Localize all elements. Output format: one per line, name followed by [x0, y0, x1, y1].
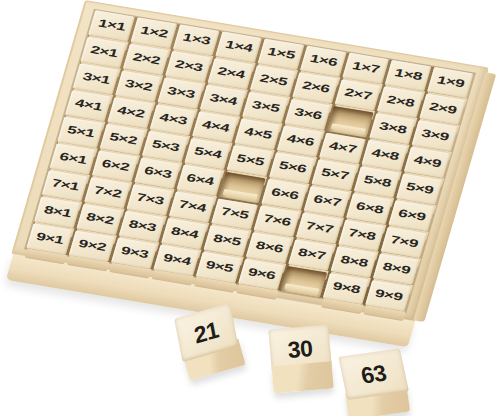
cube-3x5[interactable]: 3×5: [242, 92, 289, 123]
cube-4x4[interactable]: 4×4: [192, 111, 239, 142]
cube-label: 2×9: [428, 100, 459, 117]
cube-label: 4×9: [412, 154, 443, 171]
cube-8x6[interactable]: 8×6: [246, 232, 293, 263]
cube-4x1[interactable]: 4×1: [65, 90, 112, 121]
cube-label: 6×1: [58, 150, 89, 167]
cube-7x1[interactable]: 7×1: [42, 170, 89, 201]
cube-label: 9×5: [204, 258, 235, 275]
cube-5x1[interactable]: 5×1: [57, 117, 104, 148]
cube-label: 5×1: [66, 123, 97, 140]
cube-9x3[interactable]: 9×3: [111, 238, 158, 269]
answer-cube-value: 30: [287, 335, 314, 364]
cube-9x4[interactable]: 9×4: [153, 245, 200, 276]
cube-6x6[interactable]: 6×6: [261, 179, 308, 210]
cube-3x8[interactable]: 3×8: [369, 113, 416, 144]
cube-9x8[interactable]: 9×8: [323, 273, 370, 304]
cube-label: 1×7: [351, 59, 382, 76]
cube-2x6[interactable]: 2×6: [292, 72, 339, 103]
answer-cube-30[interactable]: 30: [268, 325, 333, 394]
cube-4x9[interactable]: 4×9: [404, 147, 451, 178]
cube-4x8[interactable]: 4×8: [362, 140, 409, 171]
cube-2x8[interactable]: 2×8: [377, 87, 424, 118]
cube-label: 1×4: [224, 38, 255, 55]
cube-8x1[interactable]: 8×1: [34, 197, 81, 228]
cube-2x4[interactable]: 2×4: [208, 58, 255, 89]
cube-6x1[interactable]: 6×1: [50, 144, 97, 175]
cube-4x3[interactable]: 4×3: [150, 104, 197, 135]
cube-label: 3×1: [81, 70, 112, 87]
cube-8x4[interactable]: 8×4: [161, 218, 208, 249]
cube-8x5[interactable]: 8×5: [204, 225, 251, 256]
cube-7x3[interactable]: 7×3: [127, 184, 174, 215]
cube-label: 7×6: [262, 212, 293, 229]
cube-label: 8×7: [296, 246, 327, 263]
cube-label: 6×6: [270, 186, 301, 203]
cube-label: 1×9: [435, 74, 466, 91]
cube-4x7[interactable]: 4×7: [319, 133, 366, 164]
cube-2x7[interactable]: 2×7: [335, 79, 382, 110]
cube-7x9[interactable]: 7×9: [381, 227, 428, 258]
cube-label: 1×5: [266, 45, 297, 62]
cube-7x5[interactable]: 7×5: [211, 199, 258, 230]
answer-cube-value: 63: [359, 359, 389, 389]
cube-9x1[interactable]: 9×1: [26, 223, 73, 254]
cube-label: 6×3: [142, 164, 173, 181]
cube-7x2[interactable]: 7×2: [84, 177, 131, 208]
cube-7x8[interactable]: 7×8: [338, 220, 385, 251]
cube-label: 2×3: [173, 58, 204, 75]
cube-label: 4×2: [116, 104, 147, 121]
cube-label: 7×1: [50, 177, 81, 194]
cube-label: 3×5: [250, 99, 281, 116]
cube-label: 5×3: [150, 138, 181, 155]
cube-label: 6×4: [185, 171, 216, 188]
cube-label: 8×9: [381, 260, 412, 277]
cube-label: 5×8: [362, 173, 393, 190]
cube-4x6[interactable]: 4×6: [277, 126, 324, 157]
cube-3x9[interactable]: 3×9: [412, 120, 459, 151]
cube-2x2[interactable]: 2×2: [123, 44, 170, 75]
cube-2x9[interactable]: 2×9: [419, 94, 466, 125]
cube-label: 1×6: [308, 52, 339, 69]
cube-8x3[interactable]: 8×3: [119, 211, 166, 242]
cube-label: 6×9: [397, 207, 428, 224]
cube-5x6[interactable]: 5×6: [269, 152, 316, 183]
cube-label: 4×5: [243, 125, 274, 142]
cube-label: 3×2: [123, 77, 154, 94]
cube-4x5[interactable]: 4×5: [234, 119, 281, 150]
cube-9x5[interactable]: 9×5: [196, 252, 243, 283]
cube-label: 5×7: [320, 166, 351, 183]
cube-label: 9×8: [331, 280, 362, 297]
answer-cube-63[interactable]: 63: [340, 348, 410, 416]
cube-1x9[interactable]: 1×9: [427, 67, 474, 98]
cube-3x1[interactable]: 3×1: [73, 64, 120, 95]
cube-8x8[interactable]: 8×8: [331, 246, 378, 277]
cube-5x5[interactable]: 5×5: [227, 145, 274, 176]
cube-5x9[interactable]: 5×9: [396, 174, 443, 205]
cube-label: 5×9: [404, 180, 435, 197]
cube-label: 8×1: [42, 203, 73, 220]
cube-label: 3×8: [377, 120, 408, 137]
cube-7x6[interactable]: 7×6: [254, 206, 301, 237]
cube-label: 1×1: [96, 17, 127, 34]
answer-cube-side-face: [272, 361, 334, 393]
cube-label: 2×4: [216, 65, 247, 82]
cube-1x8[interactable]: 1×8: [385, 60, 432, 91]
cube-1x7[interactable]: 1×7: [342, 53, 389, 84]
cube-7x7[interactable]: 7×7: [296, 213, 343, 244]
cube-label: 6×2: [100, 157, 131, 174]
cube-label: 4×4: [200, 118, 231, 135]
cube-label: 8×8: [339, 253, 370, 270]
empty-slot-6x5[interactable]: [219, 172, 266, 203]
cube-1x1[interactable]: 1×1: [88, 10, 135, 41]
scene: 1×11×21×31×41×51×61×71×81×92×12×22×32×42…: [0, 0, 500, 416]
cube-9x2[interactable]: 9×2: [69, 231, 116, 262]
cube-label: 8×4: [169, 225, 200, 242]
cube-8x7[interactable]: 8×7: [288, 239, 335, 270]
cube-5x7[interactable]: 5×7: [311, 159, 358, 190]
cube-label: 2×5: [258, 72, 289, 89]
cube-label: 1×2: [139, 24, 170, 41]
cube-3x3[interactable]: 3×3: [157, 78, 204, 109]
cube-9x9[interactable]: 9×9: [365, 280, 412, 311]
cube-1x2[interactable]: 1×2: [131, 17, 178, 48]
cube-label: 7×9: [389, 234, 420, 251]
multiplication-board: 1×11×21×31×41×51×61×71×81×92×12×22×32×42…: [11, 0, 489, 322]
cube-label: 3×3: [166, 84, 197, 101]
cube-4x2[interactable]: 4×2: [107, 97, 154, 128]
cube-label: 6×8: [354, 200, 385, 217]
cube-3x2[interactable]: 3×2: [115, 71, 162, 102]
cube-label: 7×5: [219, 205, 250, 222]
cube-8x2[interactable]: 8×2: [76, 204, 123, 235]
cube-6x3[interactable]: 6×3: [134, 158, 181, 189]
answer-cube-value: 21: [192, 316, 221, 349]
cube-label: 9×3: [119, 244, 150, 261]
cube-label: 9×4: [162, 251, 193, 268]
empty-slot-3x7[interactable]: [327, 106, 374, 137]
cube-2x1[interactable]: 2×1: [81, 37, 128, 68]
cube-label: 9×6: [246, 266, 277, 283]
cube-label: 2×6: [301, 79, 332, 96]
cube-label: 9×1: [35, 230, 66, 247]
cube-label: 2×1: [89, 43, 120, 60]
cube-8x9[interactable]: 8×9: [373, 254, 420, 285]
cube-1x4[interactable]: 1×4: [215, 31, 262, 62]
cube-5x4[interactable]: 5×4: [184, 138, 231, 169]
cube-label: 8×3: [127, 218, 158, 235]
cube-label: 2×7: [343, 86, 374, 103]
cube-3x4[interactable]: 3×4: [200, 85, 247, 116]
cube-2x5[interactable]: 2×5: [250, 65, 297, 96]
cube-label: 3×9: [420, 127, 451, 144]
cube-label: 5×4: [193, 145, 224, 162]
cube-label: 6×7: [312, 193, 343, 210]
cube-label: 7×3: [135, 191, 166, 208]
cube-label: 5×5: [235, 152, 266, 169]
cube-label: 3×6: [293, 106, 324, 123]
cube-label: 2×2: [131, 51, 162, 68]
cube-label: 5×6: [277, 159, 308, 176]
cube-label: 4×1: [73, 97, 104, 114]
cube-label: 4×8: [370, 146, 401, 163]
cube-label: 4×7: [327, 139, 358, 156]
cube-3x6[interactable]: 3×6: [285, 99, 332, 130]
cube-label: 7×2: [92, 184, 123, 201]
cube-label: 7×8: [347, 226, 378, 243]
cube-6x8[interactable]: 6×8: [346, 193, 393, 224]
cube-label: 1×8: [393, 66, 424, 83]
cube-5x8[interactable]: 5×8: [354, 167, 401, 198]
cube-6x2[interactable]: 6×2: [92, 151, 139, 182]
cube-label: 5×2: [108, 131, 139, 148]
cube-label: 8×2: [85, 211, 116, 228]
cube-label: 3×4: [208, 91, 239, 108]
cube-2x3[interactable]: 2×3: [165, 51, 212, 82]
cube-label: 4×3: [158, 111, 189, 128]
cube-6x4[interactable]: 6×4: [177, 165, 224, 196]
cube-label: 2×8: [385, 93, 416, 110]
cube-1x6[interactable]: 1×6: [300, 46, 347, 77]
cube-6x7[interactable]: 6×7: [304, 186, 351, 217]
cube-label: 9×9: [373, 287, 404, 304]
cube-7x4[interactable]: 7×4: [169, 191, 216, 222]
cube-label: 1×3: [181, 31, 212, 48]
cube-1x5[interactable]: 1×5: [258, 39, 305, 70]
cube-label: 7×7: [304, 219, 335, 236]
cube-label: 7×4: [177, 198, 208, 215]
cube-6x9[interactable]: 6×9: [388, 200, 435, 231]
cube-5x3[interactable]: 5×3: [142, 131, 189, 162]
cube-label: 8×5: [212, 232, 243, 249]
cube-label: 8×6: [254, 239, 285, 256]
answer-cube-top-face: 63: [338, 348, 409, 400]
cube-label: 9×2: [77, 237, 108, 254]
cube-1x3[interactable]: 1×3: [173, 24, 220, 55]
cube-5x2[interactable]: 5×2: [100, 124, 147, 155]
cube-9x6[interactable]: 9×6: [238, 259, 285, 290]
cube-label: 4×6: [285, 132, 316, 149]
